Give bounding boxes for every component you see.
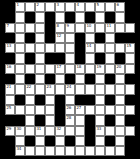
- blocked-cell: [75, 33, 85, 43]
- answer-cell[interactable]: [55, 136, 65, 146]
- clue-number: 18: [77, 65, 82, 69]
- answer-cell[interactable]: [105, 53, 115, 63]
- blocked-cell: [55, 53, 65, 63]
- blocked-cell: [25, 136, 35, 146]
- answer-cell[interactable]: [105, 126, 115, 136]
- clue-number: 4: [77, 3, 79, 7]
- blocked-cell: [85, 95, 95, 105]
- answer-cell[interactable]: [95, 115, 105, 125]
- answer-cell[interactable]: [115, 136, 125, 146]
- answer-cell[interactable]: 9: [65, 23, 75, 33]
- answer-cell[interactable]: [85, 84, 95, 94]
- blocked-cell: [115, 53, 125, 63]
- answer-cell[interactable]: [75, 115, 85, 125]
- clue-number: 9: [67, 24, 69, 28]
- clue-number: 28: [67, 116, 72, 120]
- answer-cell[interactable]: [25, 23, 35, 33]
- answer-cell[interactable]: 10: [85, 23, 95, 33]
- clue-number: 29: [7, 127, 12, 131]
- answer-cell[interactable]: 1: [15, 2, 25, 12]
- answer-cell[interactable]: [85, 105, 95, 115]
- answer-cell[interactable]: [55, 12, 65, 22]
- answer-cell[interactable]: [25, 115, 35, 125]
- answer-cell[interactable]: 17: [55, 64, 65, 74]
- blocked-cell: [5, 74, 15, 84]
- answer-cell[interactable]: 16: [5, 64, 15, 74]
- answer-cell[interactable]: [115, 105, 125, 115]
- answer-cell[interactable]: [85, 2, 95, 12]
- answer-cell[interactable]: [35, 43, 45, 53]
- answer-cell[interactable]: 33: [95, 126, 105, 136]
- answer-cell[interactable]: 23: [45, 84, 55, 94]
- answer-cell[interactable]: [15, 43, 25, 53]
- answer-cell[interactable]: 26: [65, 105, 75, 115]
- blocked-cell: [55, 95, 65, 105]
- answer-cell[interactable]: [45, 146, 55, 156]
- answer-cell[interactable]: [115, 126, 125, 136]
- blocked-cell: [105, 136, 115, 146]
- answer-cell[interactable]: [35, 64, 45, 74]
- answer-cell[interactable]: [55, 43, 65, 53]
- answer-cell[interactable]: 4: [75, 2, 85, 12]
- answer-cell[interactable]: [65, 64, 75, 74]
- answer-cell[interactable]: [25, 64, 35, 74]
- answer-cell[interactable]: [35, 53, 45, 63]
- blocked-cell: [125, 33, 135, 43]
- clue-number: 34: [17, 147, 22, 151]
- answer-cell[interactable]: [105, 105, 115, 115]
- answer-cell[interactable]: [85, 53, 95, 63]
- clue-number: 20: [117, 65, 122, 69]
- clue-number: 14: [87, 44, 92, 48]
- answer-cell[interactable]: [25, 105, 35, 115]
- answer-cell[interactable]: [105, 43, 115, 53]
- answer-cell[interactable]: [35, 23, 45, 33]
- answer-cell[interactable]: 3: [55, 2, 65, 12]
- answer-cell[interactable]: [45, 64, 55, 74]
- answer-cell[interactable]: [25, 43, 35, 53]
- blocked-cell: [5, 146, 15, 156]
- clue-number: 33: [97, 127, 102, 131]
- answer-cell[interactable]: [15, 74, 25, 84]
- answer-cell[interactable]: [125, 64, 135, 74]
- answer-cell[interactable]: [115, 43, 125, 53]
- clue-number: 25: [7, 106, 12, 110]
- blocked-cell: [105, 115, 115, 125]
- blocked-cell: [45, 12, 55, 22]
- answer-cell[interactable]: 19: [95, 64, 105, 74]
- answer-cell[interactable]: [35, 74, 45, 84]
- answer-cell[interactable]: 27: [75, 105, 85, 115]
- answer-cell[interactable]: 2: [35, 2, 45, 12]
- answer-cell[interactable]: [85, 33, 95, 43]
- answer-cell[interactable]: [65, 126, 75, 136]
- blocked-cell: [5, 53, 15, 63]
- blocked-cell: [25, 12, 35, 22]
- blocked-cell: [105, 74, 115, 84]
- blocked-cell: [45, 33, 55, 43]
- answer-cell[interactable]: [15, 84, 25, 94]
- answer-cell[interactable]: [125, 105, 135, 115]
- blocked-cell: [105, 12, 115, 22]
- clue-number: 7: [7, 24, 9, 28]
- answer-cell[interactable]: [95, 146, 105, 156]
- answer-cell[interactable]: 32: [55, 126, 65, 136]
- answer-cell[interactable]: 11: [105, 23, 115, 33]
- answer-cell[interactable]: [35, 12, 45, 22]
- answer-cell[interactable]: [45, 2, 55, 12]
- clue-number: 5: [97, 3, 99, 7]
- answer-cell[interactable]: 15: [125, 43, 135, 53]
- answer-cell[interactable]: [15, 53, 25, 63]
- blocked-cell: [125, 2, 135, 12]
- answer-cell[interactable]: 29: [5, 126, 15, 136]
- answer-cell[interactable]: [95, 105, 105, 115]
- answer-cell[interactable]: [35, 136, 45, 146]
- answer-cell[interactable]: [85, 64, 95, 74]
- answer-cell[interactable]: 21: [5, 84, 15, 94]
- answer-cell[interactable]: [25, 95, 35, 105]
- blocked-cell: [25, 33, 35, 43]
- answer-cell[interactable]: [15, 12, 25, 22]
- answer-cell[interactable]: 6: [115, 2, 125, 12]
- blocked-cell: [25, 74, 35, 84]
- answer-cell[interactable]: [65, 146, 75, 156]
- answer-cell[interactable]: [75, 146, 85, 156]
- answer-cell[interactable]: [95, 12, 105, 22]
- answer-cell[interactable]: [95, 23, 105, 33]
- clue-number: 27: [77, 106, 82, 110]
- clue-number: 10: [87, 24, 92, 28]
- answer-cell[interactable]: [35, 105, 45, 115]
- answer-cell[interactable]: [25, 126, 35, 136]
- clue-number: 23: [47, 85, 52, 89]
- clue-number: 24: [67, 85, 72, 89]
- answer-cell[interactable]: [115, 12, 125, 22]
- blocked-cell: [125, 95, 135, 105]
- clue-number: 2: [37, 3, 39, 7]
- clue-number: 11: [107, 24, 112, 28]
- clue-number: 19: [97, 65, 102, 69]
- clue-number: 1: [17, 3, 19, 7]
- blocked-cell: [125, 136, 135, 146]
- answer-cell[interactable]: [65, 33, 75, 43]
- blocked-cell: [85, 136, 95, 146]
- answer-cell[interactable]: [95, 74, 105, 84]
- answer-cell[interactable]: 30: [15, 126, 25, 136]
- clue-number: 16: [7, 65, 12, 69]
- answer-cell[interactable]: [55, 146, 65, 156]
- blocked-cell: [75, 95, 85, 105]
- blocked-cell: [65, 136, 75, 146]
- answer-cell[interactable]: [115, 95, 125, 105]
- clue-number: 22: [27, 85, 32, 89]
- answer-cell[interactable]: [5, 95, 15, 105]
- answer-cell[interactable]: 18: [75, 64, 85, 74]
- blocked-cell: [95, 53, 105, 63]
- clue-number: 30: [17, 127, 22, 131]
- blocked-cell: [85, 126, 95, 136]
- clue-number: 26: [67, 106, 72, 110]
- blocked-cell: [15, 115, 25, 125]
- answer-cell[interactable]: [105, 64, 115, 74]
- blocked-cell: [95, 33, 105, 43]
- blocked-cell: [5, 115, 15, 125]
- answer-cell[interactable]: [35, 84, 45, 94]
- blocked-cell: [125, 146, 135, 156]
- answer-cell[interactable]: [105, 33, 115, 43]
- clue-number: 15: [127, 44, 132, 48]
- blocked-cell: [55, 105, 65, 115]
- blocked-cell: [105, 95, 115, 105]
- answer-cell[interactable]: [25, 2, 35, 12]
- blocked-cell: [125, 12, 135, 22]
- blocked-cell: [25, 53, 35, 63]
- answer-cell[interactable]: [75, 23, 85, 33]
- answer-cell[interactable]: [15, 33, 25, 43]
- answer-cell[interactable]: [65, 43, 75, 53]
- answer-cell[interactable]: [95, 95, 105, 105]
- answer-cell[interactable]: [125, 23, 135, 33]
- clue-number: 12: [57, 34, 62, 38]
- answer-cell[interactable]: [125, 84, 135, 94]
- answer-cell[interactable]: [115, 23, 125, 33]
- answer-cell[interactable]: [105, 84, 115, 94]
- answer-cell[interactable]: 24: [65, 84, 75, 94]
- blocked-cell: [75, 53, 85, 63]
- blocked-cell: [35, 95, 45, 105]
- answer-cell[interactable]: [125, 53, 135, 63]
- answer-cell[interactable]: 20: [115, 64, 125, 74]
- answer-cell[interactable]: [15, 64, 25, 74]
- answer-cell[interactable]: [125, 126, 135, 136]
- answer-cell[interactable]: [45, 105, 55, 115]
- answer-cell[interactable]: [75, 126, 85, 136]
- blocked-cell: [15, 95, 25, 105]
- answer-cell[interactable]: [45, 43, 55, 53]
- blocked-cell: [125, 115, 135, 125]
- answer-cell[interactable]: 22: [25, 84, 35, 94]
- blocked-cell: [55, 115, 65, 125]
- answer-cell[interactable]: [105, 2, 115, 12]
- blocked-cell: [125, 74, 135, 84]
- answer-cell[interactable]: [95, 84, 105, 94]
- blocked-cell: [65, 74, 75, 84]
- answer-cell[interactable]: [95, 136, 105, 146]
- answer-cell[interactable]: [75, 84, 85, 94]
- answer-cell[interactable]: [65, 95, 75, 105]
- blocked-cell: [35, 115, 45, 125]
- answer-cell[interactable]: 28: [65, 115, 75, 125]
- clue-number: 8: [57, 24, 59, 28]
- answer-cell[interactable]: [35, 146, 45, 156]
- answer-cell[interactable]: [25, 146, 35, 156]
- answer-cell[interactable]: [55, 84, 65, 94]
- answer-cell[interactable]: [95, 43, 105, 53]
- answer-cell[interactable]: [35, 33, 45, 43]
- answer-cell[interactable]: [115, 146, 125, 156]
- answer-cell[interactable]: [115, 115, 125, 125]
- clue-number: 32: [57, 127, 62, 131]
- crossword-grid: 1234567891011121314151617181920212223242…: [5, 2, 135, 157]
- answer-cell[interactable]: 31: [35, 126, 45, 136]
- answer-cell[interactable]: [15, 136, 25, 146]
- blocked-cell: [45, 136, 55, 146]
- blocked-cell: [45, 74, 55, 84]
- answer-cell[interactable]: [15, 23, 25, 33]
- answer-cell[interactable]: 34: [15, 146, 25, 156]
- blocked-cell: [85, 115, 95, 125]
- clue-number: 6: [117, 3, 119, 7]
- clue-number: 21: [7, 85, 12, 89]
- answer-cell[interactable]: [65, 2, 75, 12]
- answer-cell[interactable]: [75, 74, 85, 84]
- blocked-cell: [5, 2, 15, 12]
- clue-number: 13: [7, 44, 12, 48]
- blocked-cell: [65, 12, 75, 22]
- blocked-cell: [75, 43, 85, 53]
- answer-cell[interactable]: [65, 53, 75, 63]
- answer-cell[interactable]: [45, 126, 55, 136]
- answer-cell[interactable]: [15, 105, 25, 115]
- answer-cell[interactable]: [75, 136, 85, 146]
- blocked-cell: [45, 53, 55, 63]
- answer-cell[interactable]: 5: [95, 2, 105, 12]
- answer-cell[interactable]: [115, 84, 125, 94]
- clue-number: 17: [57, 65, 62, 69]
- blocked-cell: [85, 12, 95, 22]
- clue-number: 31: [37, 127, 42, 131]
- answer-cell[interactable]: [115, 74, 125, 84]
- blocked-cell: [5, 12, 15, 22]
- clue-number: 3: [57, 3, 59, 7]
- blocked-cell: [5, 136, 15, 146]
- answer-cell[interactable]: 14: [85, 43, 95, 53]
- answer-cell[interactable]: 7: [5, 23, 15, 33]
- answer-cell[interactable]: [85, 146, 95, 156]
- answer-cell[interactable]: [105, 146, 115, 156]
- blocked-cell: [45, 23, 55, 33]
- answer-cell[interactable]: 12: [55, 33, 65, 43]
- blocked-cell: [115, 33, 125, 43]
- answer-cell[interactable]: [75, 12, 85, 22]
- answer-cell[interactable]: [55, 74, 65, 84]
- answer-cell[interactable]: 25: [5, 105, 15, 115]
- answer-cell[interactable]: 13: [5, 43, 15, 53]
- blocked-cell: [85, 74, 95, 84]
- answer-cell[interactable]: 8: [55, 23, 65, 33]
- answer-cell[interactable]: [45, 95, 55, 105]
- blocked-cell: [5, 33, 15, 43]
- answer-cell[interactable]: [45, 115, 55, 125]
